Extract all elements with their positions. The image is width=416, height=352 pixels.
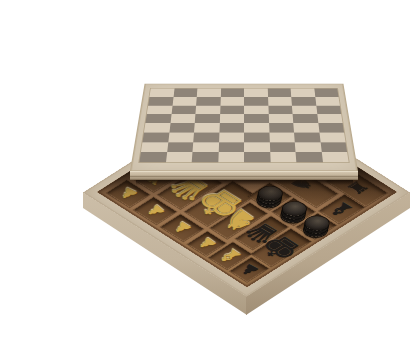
board-square (172, 97, 197, 106)
board-square (219, 114, 244, 123)
board-square (220, 89, 244, 97)
board-square (318, 123, 344, 132)
board-square (220, 97, 244, 106)
board-square (196, 97, 220, 106)
board-square (244, 89, 268, 97)
board-square (269, 123, 294, 132)
board-square (142, 133, 169, 143)
board-square (296, 152, 323, 162)
board-square (192, 142, 218, 152)
board-front-edge (130, 171, 358, 181)
board-square (168, 133, 194, 143)
tray-piece-gold-pawn: ♟ (193, 235, 220, 252)
board-square (268, 97, 292, 106)
board-square (139, 152, 166, 162)
board-square (295, 142, 322, 152)
chess-board (130, 84, 358, 171)
board-square (244, 152, 270, 162)
board-square (195, 105, 220, 114)
board-square (169, 123, 195, 132)
tray-piece-black-pawn: ♟ (235, 261, 262, 278)
board-square (294, 133, 320, 143)
board-grid (139, 89, 348, 163)
board-square (144, 123, 170, 132)
board-square (218, 142, 244, 152)
board-square (291, 89, 315, 97)
board-square (244, 123, 269, 132)
board-frame (130, 84, 358, 171)
board-square (244, 97, 268, 106)
tray-piece-gold-pawn: ♟ (115, 185, 141, 202)
board-square (244, 133, 269, 143)
board-square (170, 114, 195, 123)
board-square (321, 152, 348, 162)
board-square (147, 105, 172, 114)
board-square (320, 142, 347, 152)
board-square (219, 133, 244, 143)
board-square (166, 152, 193, 162)
board-square (269, 142, 295, 152)
board-square (269, 133, 295, 143)
board-square (319, 133, 346, 143)
board-square (197, 89, 221, 97)
product-photo: Chess and checkers box set: empty board … (40, 16, 416, 352)
board-slot-shadow (136, 180, 353, 185)
board-square (150, 89, 175, 97)
caption: Chess and checkers box set: empty board … (40, 16, 41, 17)
board-square (220, 105, 244, 114)
board-square (317, 114, 343, 123)
board-square (316, 105, 341, 114)
board-square (173, 89, 197, 97)
board-square (192, 152, 219, 162)
board-square (268, 105, 293, 114)
board-square (141, 142, 168, 152)
board-square (195, 114, 220, 123)
tray-piece-gold-pawn: ♟ (141, 203, 168, 220)
board-square (292, 105, 317, 114)
board-square (314, 89, 339, 97)
board-square (145, 114, 171, 123)
board-square (244, 142, 270, 152)
board-square (244, 114, 269, 123)
board-square (171, 105, 196, 114)
board-square (167, 142, 194, 152)
board-square (244, 105, 268, 114)
board-square (268, 114, 293, 123)
board-square (219, 123, 244, 132)
board-square (194, 123, 219, 132)
board-square (193, 133, 219, 143)
board-square (218, 152, 244, 162)
board-square (291, 97, 316, 106)
board-square (293, 114, 318, 123)
tray-piece-gold-pawn: ♟ (168, 219, 195, 236)
tray-piece-black-bishop: ♝ (323, 197, 360, 221)
board-square (315, 97, 340, 106)
board-square (148, 97, 173, 106)
board-square (270, 152, 297, 162)
board-square (267, 89, 291, 97)
board-square (293, 123, 319, 132)
